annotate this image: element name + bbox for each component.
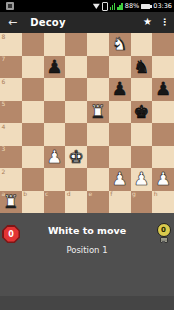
square-f8[interactable]: ♞ [109,33,131,56]
battery-percent: 88% [125,0,139,12]
square-c7[interactable]: ♟ [44,56,66,79]
square-b8[interactable] [22,33,44,56]
coordinate-label: 3 [2,146,6,152]
move-status-text: White to move [0,225,174,236]
bottom-strip [0,296,174,310]
square-e1[interactable]: e [87,191,109,214]
square-c5[interactable] [44,101,66,124]
square-e7[interactable] [87,56,109,79]
square-f4[interactable] [109,123,131,146]
square-h8[interactable] [152,33,174,56]
square-a8[interactable]: 8 [0,33,22,56]
square-f7[interactable] [109,56,131,79]
coordinate-label: d [67,191,71,197]
square-d4[interactable] [65,123,87,146]
square-d8[interactable] [65,33,87,56]
square-h2[interactable]: ♟ [152,168,174,191]
coordinate-label: g [132,191,136,197]
square-a5[interactable]: 5 [0,101,22,124]
white-rook-a1[interactable]: ♜ [0,191,22,214]
square-a6[interactable]: 6 [0,78,22,101]
white-rook-e5[interactable]: ♜ [87,101,109,124]
coordinate-label: e [89,191,93,197]
square-h1[interactable]: h [152,191,174,214]
square-g1[interactable]: g [131,191,153,214]
coordinate-label: 8 [2,34,6,40]
app-bar: ← Decoy ★ ⋮ [0,12,174,33]
white-pawn-c3[interactable]: ♟ [44,146,66,169]
square-h7[interactable] [152,56,174,79]
hint-bulb-icon[interactable]: 0 [156,223,170,247]
square-c4[interactable] [44,123,66,146]
square-d1[interactable]: d [65,191,87,214]
bulb-tip [162,241,165,243]
coordinate-label: 7 [2,56,6,62]
coordinate-label: b [23,191,27,197]
bottom-panel: 0 White to move Position 1 0 [0,213,174,310]
black-pawn-f6[interactable]: ♟ [109,78,131,101]
signal-icon [110,3,116,10]
square-e4[interactable] [87,123,109,146]
white-knight-f8[interactable]: ♞ [109,33,131,56]
white-pawn-h2[interactable]: ♟ [152,168,174,191]
square-e6[interactable] [87,78,109,101]
square-a3[interactable]: 3 [0,146,22,169]
square-b4[interactable] [22,123,44,146]
square-h6[interactable]: ♟ [152,78,174,101]
white-pawn-g2[interactable]: ♟ [131,168,153,191]
square-a1[interactable]: a♜ [0,191,22,214]
chess-puzzle-app: 88% 03:36 ← Decoy ★ ⋮ 8♞7♟♞6♟♟5♜♚43♟♚2♟♟… [0,0,174,310]
square-g5[interactable]: ♚ [131,101,153,124]
square-g2[interactable]: ♟ [131,168,153,191]
square-b3[interactable] [22,146,44,169]
black-pawn-c7[interactable]: ♟ [44,56,66,79]
hint-count: 0 [157,223,171,237]
back-arrow-icon[interactable]: ← [8,16,17,29]
status-bar: 88% 03:36 [0,0,174,12]
square-h3[interactable] [152,146,174,169]
square-c1[interactable]: c [44,191,66,214]
coordinate-label: h [154,191,158,197]
square-b6[interactable] [22,78,44,101]
square-a7[interactable]: 7 [0,56,22,79]
square-e5[interactable]: ♜ [87,101,109,124]
square-b5[interactable] [22,101,44,124]
square-d5[interactable] [65,101,87,124]
square-f1[interactable]: f [109,191,131,214]
square-d2[interactable] [65,168,87,191]
square-h4[interactable] [152,123,174,146]
clock: 03:36 [153,0,172,12]
position-label: Position 1 [0,245,174,255]
square-f2[interactable]: ♟ [109,168,131,191]
black-king-g5[interactable]: ♚ [131,101,153,124]
square-h5[interactable] [152,101,174,124]
wifi-icon [93,3,100,9]
notification-app-icon [6,2,14,10]
square-b1[interactable]: b [22,191,44,214]
square-g4[interactable] [131,123,153,146]
square-a2[interactable]: 2 [0,168,22,191]
square-e3[interactable] [87,146,109,169]
square-d7[interactable] [65,56,87,79]
square-g8[interactable] [131,33,153,56]
vibrate-icon [102,2,108,11]
favorite-star-icon[interactable]: ★ [143,16,152,27]
coordinate-label: 6 [2,79,6,85]
white-pawn-f2[interactable]: ♟ [109,168,131,191]
square-g7[interactable]: ♞ [131,56,153,79]
square-c6[interactable] [44,78,66,101]
coordinate-label: 4 [2,124,6,130]
square-c2[interactable] [44,168,66,191]
square-d3[interactable]: ♚ [65,146,87,169]
square-g3[interactable] [131,146,153,169]
square-e8[interactable] [87,33,109,56]
coordinate-label: c [45,191,48,197]
square-c3[interactable]: ♟ [44,146,66,169]
page-title: Decoy [30,17,65,28]
white-king-d3[interactable]: ♚ [65,146,87,169]
square-a4[interactable]: 4 [0,123,22,146]
battery-icon [141,4,150,9]
overflow-menu-icon[interactable]: ⋮ [160,17,169,27]
square-d6[interactable] [65,78,87,101]
square-f5[interactable] [109,101,131,124]
coordinate-label: f [110,191,112,197]
square-e2[interactable] [87,168,109,191]
square-g6[interactable] [131,78,153,101]
square-f6[interactable]: ♟ [109,78,131,101]
square-b7[interactable] [22,56,44,79]
coordinate-label: 5 [2,101,6,107]
black-knight-g7[interactable]: ♞ [131,56,153,79]
coordinate-label: 2 [2,169,6,175]
square-c8[interactable] [44,33,66,56]
black-pawn-h6[interactable]: ♟ [152,78,174,101]
signal-icon-2 [117,3,123,10]
chess-board: 8♞7♟♞6♟♟5♜♚43♟♚2♟♟♟a♜bcdefgh [0,33,174,213]
square-f3[interactable] [109,146,131,169]
square-b2[interactable] [22,168,44,191]
